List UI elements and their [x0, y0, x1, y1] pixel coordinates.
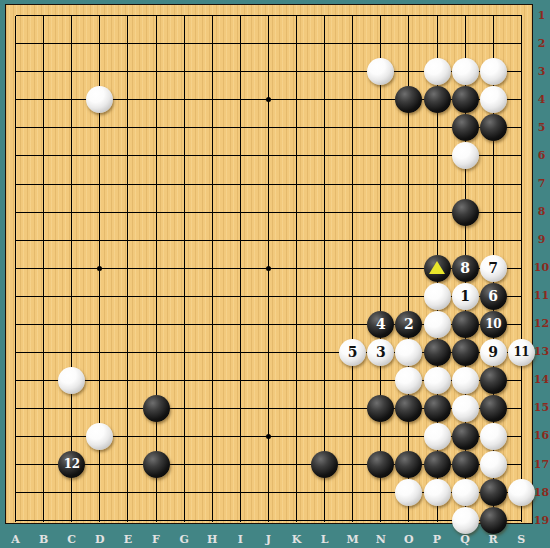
col-label-M: M: [343, 533, 363, 546]
black-stone-C17: 12: [58, 451, 85, 478]
move-number-6: 6: [480, 283, 507, 310]
move-number-10: 10: [480, 311, 507, 338]
triangle-mark-icon: [429, 261, 445, 274]
row-label-17: 17: [533, 458, 550, 472]
black-stone-F15: [143, 395, 170, 422]
grid-line-col-K: [296, 16, 297, 522]
col-label-E: E: [118, 533, 138, 546]
grid-line-row-2: [16, 43, 523, 44]
grid-line-col-N: [380, 16, 381, 522]
col-label-B: B: [34, 533, 54, 546]
row-label-14: 14: [533, 373, 550, 387]
white-stone-Q6: [452, 142, 479, 169]
move-number-8: 8: [452, 255, 479, 282]
col-label-C: C: [62, 533, 82, 546]
white-stone-Q14: [452, 367, 479, 394]
move-number-7: 7: [480, 255, 507, 282]
row-label-16: 16: [533, 429, 550, 443]
move-number-2: 2: [395, 311, 422, 338]
col-label-N: N: [371, 533, 391, 546]
white-stone-D16: [86, 423, 113, 450]
black-stone-R14: [480, 367, 507, 394]
grid-line-row-6: [16, 155, 523, 156]
col-label-D: D: [90, 533, 110, 546]
black-stone-Q13: [452, 339, 479, 366]
white-stone-P3: [424, 58, 451, 85]
move-number-12: 12: [58, 451, 85, 478]
row-label-8: 8: [533, 205, 550, 219]
white-stone-R13: 9: [480, 339, 507, 366]
col-label-Q: Q: [455, 533, 475, 546]
black-stone-Q10: 8: [452, 255, 479, 282]
row-label-12: 12: [533, 317, 550, 331]
row-label-7: 7: [533, 177, 550, 191]
black-stone-Q12: [452, 311, 479, 338]
white-stone-Q3: [452, 58, 479, 85]
black-stone-Q5: [452, 114, 479, 141]
col-label-O: O: [399, 533, 419, 546]
row-label-9: 9: [533, 233, 550, 247]
black-stone-P4: [424, 86, 451, 113]
grid-line-col-L: [324, 16, 325, 522]
black-stone-R18: [480, 479, 507, 506]
row-label-10: 10: [533, 261, 550, 275]
white-stone-Q11: 1: [452, 283, 479, 310]
star-point-D10: [97, 266, 102, 271]
white-stone-R17: [480, 451, 507, 478]
grid-line-col-M: [352, 16, 353, 522]
white-stone-P18: [424, 479, 451, 506]
black-stone-Q8: [452, 199, 479, 226]
col-label-A: A: [6, 533, 26, 546]
col-label-F: F: [146, 533, 166, 546]
go-board-window: 871642105391112ABCDEFGHIJKLMNOPQRS123456…: [0, 0, 550, 548]
white-stone-Q19: [452, 507, 479, 534]
white-stone-Q18: [452, 479, 479, 506]
black-stone-F17: [143, 451, 170, 478]
white-stone-R10: 7: [480, 255, 507, 282]
col-label-L: L: [315, 533, 335, 546]
star-point-J10: [266, 266, 271, 271]
col-label-H: H: [202, 533, 222, 546]
white-stone-O13: [395, 339, 422, 366]
grid-line-row-5: [16, 127, 523, 128]
col-label-I: I: [230, 533, 250, 546]
col-label-G: G: [174, 533, 194, 546]
col-label-R: R: [483, 533, 503, 546]
row-label-1: 1: [533, 9, 550, 23]
black-stone-P17: [424, 451, 451, 478]
row-label-3: 3: [533, 65, 550, 79]
black-stone-O12: 2: [395, 311, 422, 338]
grid-line-row-1: [16, 15, 523, 16]
grid-line-row-7: [16, 184, 523, 185]
col-label-J: J: [258, 533, 278, 546]
black-stone-P10: [424, 255, 451, 282]
white-stone-R3: [480, 58, 507, 85]
row-label-19: 19: [533, 514, 550, 528]
row-label-11: 11: [533, 289, 550, 303]
black-stone-R11: 6: [480, 283, 507, 310]
white-stone-P11: [424, 283, 451, 310]
grid-line-row-9: [16, 240, 523, 241]
row-label-5: 5: [533, 121, 550, 135]
grid-line-row-8: [16, 212, 523, 213]
black-stone-N15: [367, 395, 394, 422]
grid-line-row-19: [16, 520, 523, 521]
black-stone-P15: [424, 395, 451, 422]
move-number-9: 9: [480, 339, 507, 366]
move-number-4: 4: [367, 311, 394, 338]
white-stone-P16: [424, 423, 451, 450]
white-stone-P12: [424, 311, 451, 338]
black-stone-R12: 10: [480, 311, 507, 338]
white-stone-N13: 3: [367, 339, 394, 366]
white-stone-M13: 5: [339, 339, 366, 366]
black-stone-R19: [480, 507, 507, 534]
row-label-4: 4: [533, 93, 550, 107]
white-stone-S18: [508, 479, 535, 506]
black-stone-Q16: [452, 423, 479, 450]
black-stone-L17: [311, 451, 338, 478]
white-stone-S13: 11: [508, 339, 535, 366]
black-stone-Q17: [452, 451, 479, 478]
move-number-3: 3: [367, 339, 394, 366]
black-stone-R15: [480, 395, 507, 422]
row-label-2: 2: [533, 37, 550, 51]
row-label-6: 6: [533, 149, 550, 163]
white-stone-C14: [58, 367, 85, 394]
white-stone-R4: [480, 86, 507, 113]
move-number-11: 11: [508, 339, 535, 366]
white-stone-P14: [424, 367, 451, 394]
move-number-5: 5: [339, 339, 366, 366]
black-stone-P13: [424, 339, 451, 366]
row-label-15: 15: [533, 401, 550, 415]
white-stone-Q15: [452, 395, 479, 422]
col-label-S: S: [511, 533, 531, 546]
black-stone-N12: 4: [367, 311, 394, 338]
black-stone-R5: [480, 114, 507, 141]
row-label-18: 18: [533, 486, 550, 500]
black-stone-Q4: [452, 86, 479, 113]
col-label-K: K: [287, 533, 307, 546]
col-label-P: P: [427, 533, 447, 546]
star-point-J16: [266, 434, 271, 439]
white-stone-R16: [480, 423, 507, 450]
row-label-13: 13: [533, 345, 550, 359]
move-number-1: 1: [452, 283, 479, 310]
grid-line-col-S: [521, 16, 522, 522]
